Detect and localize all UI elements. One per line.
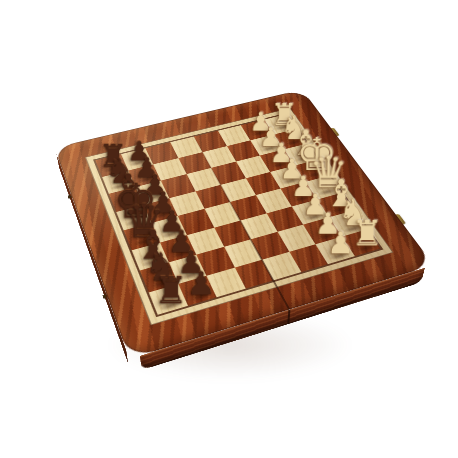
product-photo-chess-set: ♜♟♟♜♞♟♟♞♝♟♟♝♚♟♟♚♛♟♟♛♝♟♟♝♞♟♟♞♜♟♟♜ — [0, 0, 458, 458]
front-edge-seam — [287, 309, 290, 324]
piece-white-pawn[interactable]: ♟ — [309, 229, 373, 259]
piece-black-rook[interactable]: ♜ — [137, 272, 205, 309]
